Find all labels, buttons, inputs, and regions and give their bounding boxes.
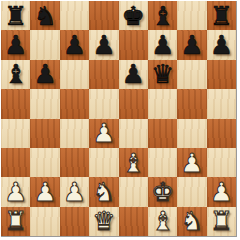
square-b7[interactable] [30, 30, 59, 59]
piece-white-bishop[interactable]: ♝ [148, 207, 177, 236]
square-h8[interactable]: ♜ [207, 1, 236, 30]
square-h5[interactable] [207, 89, 236, 118]
square-f6[interactable]: ♛ [148, 60, 177, 89]
piece-black-pawn[interactable]: ♟ [30, 60, 59, 89]
square-d5[interactable] [89, 89, 118, 118]
piece-black-king[interactable]: ♚ [119, 1, 148, 30]
square-e2[interactable] [119, 177, 148, 206]
square-a3[interactable] [1, 148, 30, 177]
square-h2[interactable]: ♟ [207, 177, 236, 206]
square-d1[interactable]: ♛ [89, 207, 118, 236]
square-d6[interactable] [89, 60, 118, 89]
square-b3[interactable] [30, 148, 59, 177]
square-d8[interactable] [89, 1, 118, 30]
square-f3[interactable] [148, 148, 177, 177]
square-f5[interactable] [148, 89, 177, 118]
square-g1[interactable]: ♞ [177, 207, 206, 236]
piece-black-queen[interactable]: ♛ [148, 60, 177, 89]
square-b4[interactable] [30, 119, 59, 148]
piece-white-knight[interactable]: ♞ [89, 177, 118, 206]
piece-black-bishop[interactable]: ♝ [148, 1, 177, 30]
square-c4[interactable] [60, 119, 89, 148]
square-b8[interactable]: ♞ [30, 1, 59, 30]
piece-black-rook[interactable]: ♜ [207, 1, 236, 30]
square-a8[interactable]: ♜ [1, 1, 30, 30]
square-e1[interactable] [119, 207, 148, 236]
piece-white-knight[interactable]: ♞ [177, 207, 206, 236]
square-c1[interactable] [60, 207, 89, 236]
square-h1[interactable]: ♜ [207, 207, 236, 236]
piece-black-rook[interactable]: ♜ [1, 1, 30, 30]
square-b6[interactable]: ♟ [30, 60, 59, 89]
square-e5[interactable] [119, 89, 148, 118]
square-e7[interactable] [119, 30, 148, 59]
square-c5[interactable] [60, 89, 89, 118]
square-a1[interactable]: ♜ [1, 207, 30, 236]
piece-white-pawn[interactable]: ♟ [1, 177, 30, 206]
square-c8[interactable] [60, 1, 89, 30]
square-a7[interactable]: ♟ [1, 30, 30, 59]
square-e8[interactable]: ♚ [119, 1, 148, 30]
piece-white-rook[interactable]: ♜ [1, 207, 30, 236]
square-e4[interactable] [119, 119, 148, 148]
piece-white-king[interactable]: ♚ [148, 177, 177, 206]
piece-white-queen[interactable]: ♛ [89, 207, 118, 236]
piece-white-rook[interactable]: ♜ [207, 207, 236, 236]
piece-black-pawn[interactable]: ♟ [1, 30, 30, 59]
square-a6[interactable]: ♝ [1, 60, 30, 89]
square-a4[interactable] [1, 119, 30, 148]
square-h3[interactable] [207, 148, 236, 177]
square-d4[interactable]: ♟ [89, 119, 118, 148]
square-g2[interactable] [177, 177, 206, 206]
square-g6[interactable] [177, 60, 206, 89]
square-h7[interactable]: ♟ [207, 30, 236, 59]
piece-black-pawn[interactable]: ♟ [60, 30, 89, 59]
square-b2[interactable]: ♟ [30, 177, 59, 206]
square-a2[interactable]: ♟ [1, 177, 30, 206]
piece-black-knight[interactable]: ♞ [30, 1, 59, 30]
square-f1[interactable]: ♝ [148, 207, 177, 236]
square-d3[interactable] [89, 148, 118, 177]
square-b5[interactable] [30, 89, 59, 118]
square-c7[interactable]: ♟ [60, 30, 89, 59]
square-f4[interactable] [148, 119, 177, 148]
piece-white-pawn[interactable]: ♟ [60, 177, 89, 206]
piece-black-pawn[interactable]: ♟ [207, 30, 236, 59]
square-g3[interactable]: ♟ [177, 148, 206, 177]
square-h4[interactable] [207, 119, 236, 148]
square-f2[interactable]: ♚ [148, 177, 177, 206]
square-h6[interactable] [207, 60, 236, 89]
square-e6[interactable]: ♟ [119, 60, 148, 89]
square-c6[interactable] [60, 60, 89, 89]
piece-white-pawn[interactable]: ♟ [89, 119, 118, 148]
piece-black-bishop[interactable]: ♝ [1, 60, 30, 89]
piece-white-pawn[interactable]: ♟ [177, 148, 206, 177]
piece-black-pawn[interactable]: ♟ [177, 30, 206, 59]
square-a5[interactable] [1, 89, 30, 118]
square-e3[interactable]: ♝ [119, 148, 148, 177]
square-d7[interactable]: ♟ [89, 30, 118, 59]
piece-white-pawn[interactable]: ♟ [207, 177, 236, 206]
square-b1[interactable] [30, 207, 59, 236]
square-g4[interactable] [177, 119, 206, 148]
square-d2[interactable]: ♞ [89, 177, 118, 206]
square-f8[interactable]: ♝ [148, 1, 177, 30]
piece-black-pawn[interactable]: ♟ [148, 30, 177, 59]
chess-board: ♜♞♚♝♜♟♟♟♟♟♟♝♟♟♛♟♝♟♟♟♟♞♚♟♜♛♝♞♜ [1, 1, 237, 237]
square-g8[interactable] [177, 1, 206, 30]
square-c2[interactable]: ♟ [60, 177, 89, 206]
piece-white-pawn[interactable]: ♟ [30, 177, 59, 206]
board-frame: ♜♞♚♝♜♟♟♟♟♟♟♝♟♟♛♟♝♟♟♟♟♞♚♟♜♛♝♞♜ [0, 0, 240, 240]
square-c3[interactable] [60, 148, 89, 177]
square-f7[interactable]: ♟ [148, 30, 177, 59]
square-g7[interactable]: ♟ [177, 30, 206, 59]
square-g5[interactable] [177, 89, 206, 118]
piece-black-pawn[interactable]: ♟ [89, 30, 118, 59]
piece-black-pawn[interactable]: ♟ [119, 60, 148, 89]
piece-white-bishop[interactable]: ♝ [119, 148, 148, 177]
